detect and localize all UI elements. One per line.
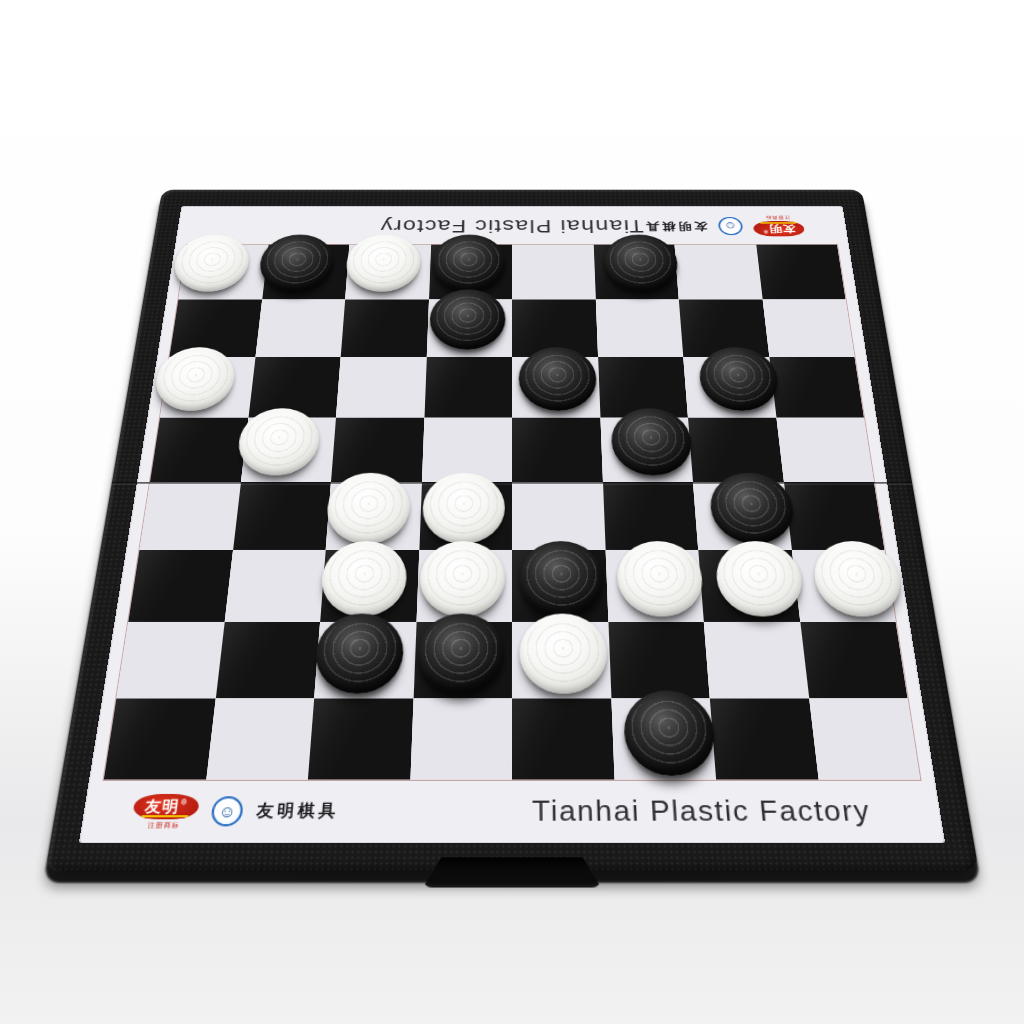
square-g8[interactable] [710, 698, 818, 779]
square-g7[interactable] [704, 622, 809, 698]
square-a4[interactable] [150, 418, 248, 482]
square-a8[interactable] [104, 698, 216, 779]
square-h3[interactable] [769, 357, 864, 418]
maker-red-logo: 友明® 注册商标 [131, 793, 201, 828]
maker-sub-text-mirrored: 注册商标 [765, 215, 790, 219]
square-b8[interactable] [206, 698, 314, 779]
square-f7[interactable] [608, 622, 710, 698]
square-b2[interactable] [255, 300, 345, 358]
square-h8[interactable] [809, 698, 921, 779]
mirrored-branding: 友明® 注册商标 ☺ 友明棋具 Tianhai Plastic Factory [219, 215, 806, 236]
bottom-margin-band: 友明® 注册商标 ☺ 友明棋具 Tianhai Plastic Factory [80, 780, 944, 843]
latch-notch [423, 857, 601, 887]
square-h5[interactable] [784, 482, 885, 550]
piece-white-d5[interactable] [422, 472, 505, 543]
maker-name-text: 友明棋具 [256, 800, 340, 821]
square-d8[interactable] [410, 698, 512, 779]
factory-text: Tianhai Plastic Factory [532, 793, 873, 828]
square-e8[interactable] [512, 698, 614, 779]
registered-trademark-icon: ® [762, 229, 768, 234]
square-b6[interactable] [224, 550, 326, 622]
board-sheet: 友明® 注册商标 ☺ 友明棋具 Tianhai Plastic Factory [80, 207, 944, 842]
piece-black-d2[interactable] [429, 289, 506, 349]
maker-mascot-icon-mirrored: ☺ [717, 217, 743, 235]
maker-logo-text-mirrored: 友明® [752, 221, 805, 237]
registered-trademark-icon: ® [181, 798, 189, 806]
square-c3[interactable] [336, 357, 426, 418]
square-c2[interactable] [341, 300, 429, 358]
maker-name-text-mirrored: 友明棋具 [643, 219, 708, 232]
checkers-case-frame: 友明® 注册商标 ☺ 友明棋具 Tianhai Plastic Factory [45, 190, 979, 873]
square-g4[interactable] [688, 418, 783, 482]
square-b5[interactable] [233, 482, 331, 550]
factory-text-mirrored: Tianhai Plastic Factory [379, 215, 644, 236]
maker-sub-text: 注册商标 [147, 821, 180, 828]
piece-black-e3[interactable] [518, 347, 597, 410]
square-h2[interactable] [762, 300, 854, 358]
square-a6[interactable] [128, 550, 232, 622]
maker-logo-group: 友明® 注册商标 ☺ 友明棋具 [131, 793, 340, 828]
square-f5[interactable] [603, 482, 699, 550]
square-e1[interactable] [512, 245, 595, 300]
piece-black-d7[interactable] [416, 613, 505, 693]
square-a5[interactable] [139, 482, 240, 550]
square-e4[interactable] [512, 418, 603, 482]
square-f2[interactable] [595, 300, 683, 358]
piece-black-d1[interactable] [431, 234, 506, 291]
square-h1[interactable] [756, 245, 846, 300]
maker-logo-group-mirrored: 友明® 注册商标 ☺ 友明棋具 [643, 215, 806, 236]
square-a7[interactable] [116, 622, 224, 698]
square-d3[interactable] [424, 357, 512, 418]
square-c8[interactable] [308, 698, 413, 779]
product-photo-scene: 友明® 注册商标 ☺ 友明棋具 Tianhai Plastic Factory [0, 0, 1024, 1024]
maker-logo-text: 友明® [132, 793, 200, 819]
piece-white-d6[interactable] [419, 541, 505, 616]
square-h4[interactable] [776, 418, 874, 482]
checkerboard-grid [104, 245, 921, 780]
square-g1[interactable] [675, 245, 763, 300]
square-h7[interactable] [800, 622, 908, 698]
maker-red-logo-mirrored: 友明® 注册商标 [752, 215, 806, 236]
checkerboard-area [90, 245, 934, 780]
maker-mascot-icon: ☺ [210, 796, 244, 826]
square-b7[interactable] [215, 622, 320, 698]
